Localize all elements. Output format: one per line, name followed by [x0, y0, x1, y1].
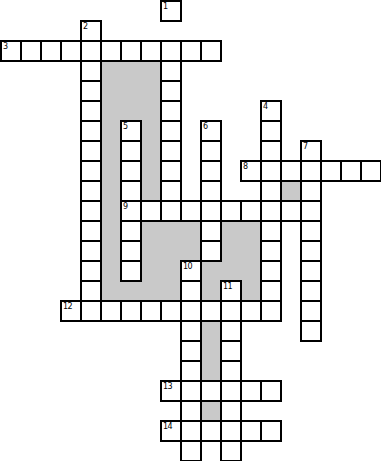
shaded-block: [100, 260, 122, 282]
answer-cell-r15-c6[interactable]: [120, 300, 142, 322]
shaded-block: [120, 280, 142, 302]
answer-cell-r21-c12[interactable]: [240, 420, 262, 442]
shaded-block: [100, 240, 122, 262]
answer-cell-r21-c8[interactable]: [160, 420, 182, 442]
shaded-block: [140, 60, 162, 82]
shaded-block: [180, 240, 202, 262]
shaded-block: [140, 280, 162, 302]
answer-cell-r14-c9[interactable]: [180, 280, 202, 302]
shaded-block: [100, 60, 122, 82]
shaded-block: [240, 280, 262, 302]
shaded-block: [140, 220, 162, 242]
answer-cell-r14-c11[interactable]: [220, 280, 242, 302]
answer-cell-r10-c12[interactable]: [240, 200, 262, 222]
answer-cell-r8-c13[interactable]: [260, 160, 282, 182]
shaded-block: [120, 100, 142, 122]
answer-cell-r21-c10[interactable]: [200, 420, 222, 442]
answer-cell-r11-c13[interactable]: [260, 220, 282, 242]
answer-cell-r22-c9[interactable]: [180, 440, 202, 461]
answer-cell-r8-c18[interactable]: [360, 160, 381, 182]
answer-cell-r8-c17[interactable]: [340, 160, 362, 182]
answer-cell-r16-c11[interactable]: [220, 320, 242, 342]
answer-cell-r18-c9[interactable]: [180, 360, 202, 382]
answer-cell-r21-c13[interactable]: [260, 420, 282, 442]
shaded-block: [200, 400, 222, 422]
answer-cell-r6-c4[interactable]: [80, 120, 102, 142]
shaded-block: [220, 260, 242, 282]
answer-cell-r8-c10[interactable]: [200, 160, 222, 182]
shaded-block: [160, 240, 182, 262]
shaded-block: [280, 180, 302, 202]
answer-cell-r10-c14[interactable]: [280, 200, 302, 222]
answer-cell-r8-c4[interactable]: [80, 160, 102, 182]
answer-cell-r9-c8[interactable]: [160, 180, 182, 202]
answer-cell-r19-c9[interactable]: [180, 380, 202, 402]
answer-cell-r13-c4[interactable]: [80, 260, 102, 282]
answer-cell-r4-c8[interactable]: [160, 80, 182, 102]
answer-cell-r10-c4[interactable]: [80, 200, 102, 222]
answer-cell-r15-c12[interactable]: [240, 300, 262, 322]
shaded-block: [220, 240, 242, 262]
answer-cell-r5-c8[interactable]: [160, 100, 182, 122]
answer-cell-r22-c11[interactable]: [220, 440, 242, 461]
answer-cell-r12-c10[interactable]: [200, 240, 222, 262]
answer-cell-r0-c8[interactable]: [160, 0, 182, 22]
answer-cell-r15-c15[interactable]: [300, 300, 322, 322]
shaded-block: [200, 360, 222, 382]
shaded-block: [200, 340, 222, 362]
answer-cell-r2-c5[interactable]: [100, 40, 122, 62]
answer-cell-r5-c13[interactable]: [260, 100, 282, 122]
shaded-block: [120, 60, 142, 82]
answer-cell-r10-c7[interactable]: [140, 200, 162, 222]
answer-cell-r20-c9[interactable]: [180, 400, 202, 422]
shaded-block: [120, 80, 142, 102]
answer-cell-r19-c12[interactable]: [240, 380, 262, 402]
answer-cell-r18-c11[interactable]: [220, 360, 242, 382]
shaded-block: [140, 120, 162, 142]
answer-cell-r14-c15[interactable]: [300, 280, 322, 302]
answer-cell-r13-c13[interactable]: [260, 260, 282, 282]
answer-cell-r15-c5[interactable]: [100, 300, 122, 322]
shaded-block: [240, 220, 262, 242]
answer-cell-r2-c4[interactable]: [80, 40, 102, 62]
answer-cell-r7-c6[interactable]: [120, 140, 142, 162]
answer-cell-r9-c15[interactable]: [300, 180, 322, 202]
shaded-block: [100, 100, 122, 122]
answer-cell-r6-c8[interactable]: [160, 120, 182, 142]
answer-cell-r8-c12[interactable]: [240, 160, 262, 182]
answer-cell-r10-c11[interactable]: [220, 200, 242, 222]
shaded-block: [180, 220, 202, 242]
answer-cell-r19-c10[interactable]: [200, 380, 222, 402]
answer-cell-r12-c4[interactable]: [80, 240, 102, 262]
shaded-block: [140, 160, 162, 182]
answer-cell-r17-c11[interactable]: [220, 340, 242, 362]
answer-cell-r12-c13[interactable]: [260, 240, 282, 262]
shaded-block: [140, 140, 162, 162]
answer-cell-r20-c11[interactable]: [220, 400, 242, 422]
shaded-block: [220, 220, 242, 242]
shaded-block: [100, 80, 122, 102]
answer-cell-r12-c6[interactable]: [120, 240, 142, 262]
answer-cell-r8-c6[interactable]: [120, 160, 142, 182]
shaded-block: [160, 220, 182, 242]
answer-cell-r15-c13[interactable]: [260, 300, 282, 322]
answer-cell-r7-c15[interactable]: [300, 140, 322, 162]
shaded-block: [200, 260, 222, 282]
answer-cell-r13-c9[interactable]: [180, 260, 202, 282]
answer-cell-r2-c2[interactable]: [40, 40, 62, 62]
shaded-block: [140, 180, 162, 202]
answer-cell-r8-c8[interactable]: [160, 160, 182, 182]
answer-cell-r15-c4[interactable]: [80, 300, 102, 322]
answer-cell-r10-c9[interactable]: [180, 200, 202, 222]
shaded-block: [140, 260, 162, 282]
shaded-block: [140, 80, 162, 102]
answer-cell-r11-c6[interactable]: [120, 220, 142, 242]
answer-cell-r8-c14[interactable]: [280, 160, 302, 182]
answer-cell-r2-c6[interactable]: [120, 40, 142, 62]
answer-cell-r11-c10[interactable]: [200, 220, 222, 242]
answer-cell-r13-c6[interactable]: [120, 260, 142, 282]
answer-cell-r2-c1[interactable]: [20, 40, 42, 62]
answer-cell-r15-c8[interactable]: [160, 300, 182, 322]
answer-cell-r3-c8[interactable]: [160, 60, 182, 82]
answer-cell-r19-c8[interactable]: [160, 380, 182, 402]
answer-cell-r15-c3[interactable]: [60, 300, 82, 322]
answer-cell-r14-c13[interactable]: [260, 280, 282, 302]
answer-cell-r21-c11[interactable]: [220, 420, 242, 442]
shaded-block: [100, 280, 122, 302]
answer-cell-r9-c4[interactable]: [80, 180, 102, 202]
answer-cell-r9-c10[interactable]: [200, 180, 222, 202]
shaded-block: [160, 260, 182, 282]
answer-cell-r7-c10[interactable]: [200, 140, 222, 162]
shaded-block: [100, 200, 122, 222]
answer-cell-r10-c6[interactable]: [120, 200, 142, 222]
answer-cell-r1-c4[interactable]: [80, 20, 102, 42]
answer-cell-r2-c3[interactable]: [60, 40, 82, 62]
answer-cell-r15-c9[interactable]: [180, 300, 202, 322]
answer-cell-r6-c10[interactable]: [200, 120, 222, 142]
shaded-block: [140, 240, 162, 262]
shaded-block: [240, 260, 262, 282]
shaded-block: [200, 320, 222, 342]
answer-cell-r2-c8[interactable]: [160, 40, 182, 62]
answer-cell-r15-c11[interactable]: [220, 300, 242, 322]
answer-cell-r6-c6[interactable]: [120, 120, 142, 142]
answer-cell-r2-c0[interactable]: [0, 40, 22, 62]
shaded-block: [160, 280, 182, 302]
shaded-block: [100, 160, 122, 182]
answer-cell-r8-c15[interactable]: [300, 160, 322, 182]
shaded-block: [100, 120, 122, 142]
answer-cell-r17-c9[interactable]: [180, 340, 202, 362]
answer-cell-r19-c11[interactable]: [220, 380, 242, 402]
answer-cell-r9-c6[interactable]: [120, 180, 142, 202]
answer-cell-r6-c13[interactable]: [260, 120, 282, 142]
answer-cell-r14-c4[interactable]: [80, 280, 102, 302]
answer-cell-r2-c9[interactable]: [180, 40, 202, 62]
answer-cell-r10-c10[interactable]: [200, 200, 222, 222]
shaded-block: [100, 180, 122, 202]
answer-cell-r10-c15[interactable]: [300, 200, 322, 222]
answer-cell-r11-c4[interactable]: [80, 220, 102, 242]
answer-cell-r10-c8[interactable]: [160, 200, 182, 222]
shaded-block: [100, 220, 122, 242]
answer-cell-r7-c4[interactable]: [80, 140, 102, 162]
answer-cell-r4-c4[interactable]: [80, 80, 102, 102]
answer-cell-r7-c13[interactable]: [260, 140, 282, 162]
answer-cell-r15-c7[interactable]: [140, 300, 162, 322]
answer-cell-r3-c4[interactable]: [80, 60, 102, 82]
shaded-block: [100, 140, 122, 162]
answer-cell-r16-c9[interactable]: [180, 320, 202, 342]
answer-cell-r13-c15[interactable]: [300, 260, 322, 282]
crossword-grid: 1234567891011121314: [0, 0, 381, 461]
answer-cell-r7-c8[interactable]: [160, 140, 182, 162]
answer-cell-r15-c10[interactable]: [200, 300, 222, 322]
answer-cell-r10-c13[interactable]: [260, 200, 282, 222]
answer-cell-r11-c15[interactable]: [300, 220, 322, 242]
answer-cell-r19-c13[interactable]: [260, 380, 282, 402]
answer-cell-r21-c9[interactable]: [180, 420, 202, 442]
shaded-block: [140, 100, 162, 122]
shaded-block: [240, 240, 262, 262]
answer-cell-r8-c16[interactable]: [320, 160, 342, 182]
answer-cell-r12-c15[interactable]: [300, 240, 322, 262]
answer-cell-r9-c13[interactable]: [260, 180, 282, 202]
answer-cell-r2-c10[interactable]: [200, 40, 222, 62]
shaded-block: [200, 280, 222, 302]
answer-cell-r2-c7[interactable]: [140, 40, 162, 62]
answer-cell-r16-c15[interactable]: [300, 320, 322, 342]
answer-cell-r5-c4[interactable]: [80, 100, 102, 122]
